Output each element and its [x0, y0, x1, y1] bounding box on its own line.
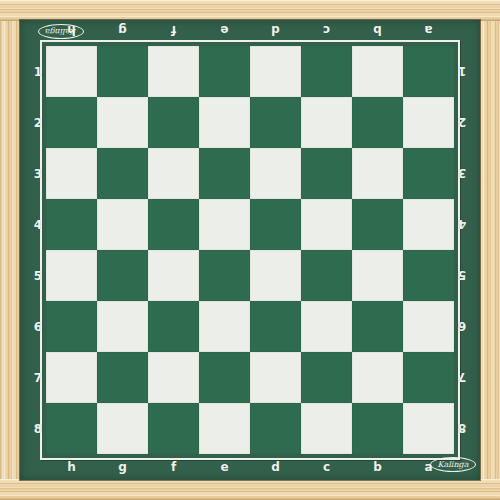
rank-label-left-5: 5: [34, 250, 42, 301]
square-c1[interactable]: [301, 46, 352, 97]
square-a1[interactable]: [403, 46, 454, 97]
rank-label-left-1: 1: [34, 46, 42, 97]
file-label-top-f: f: [148, 24, 199, 36]
square-e3[interactable]: [199, 148, 250, 199]
rank-label-right-8: 8: [458, 403, 466, 454]
square-d7[interactable]: [250, 352, 301, 403]
square-b4[interactable]: [352, 199, 403, 250]
rank-labels-left: 12345678: [28, 46, 48, 454]
square-d1[interactable]: [250, 46, 301, 97]
file-label-top-b: b: [352, 24, 403, 36]
file-label-top-c: c: [301, 24, 352, 36]
square-d2[interactable]: [250, 97, 301, 148]
chess-grid: [46, 46, 454, 454]
square-e5[interactable]: [199, 250, 250, 301]
square-a8[interactable]: [403, 403, 454, 454]
square-f2[interactable]: [148, 97, 199, 148]
rank-label-right-1: 1: [458, 46, 466, 97]
square-a5[interactable]: [403, 250, 454, 301]
wooden-frame-left: [0, 21, 21, 479]
brand-logo-text: Kalinga: [46, 28, 77, 36]
file-label-top-e: e: [199, 24, 250, 36]
rank-label-right-3: 3: [458, 148, 466, 199]
file-label-bottom-g: g: [97, 461, 148, 473]
brand-logo-text: Kalinga: [438, 461, 469, 469]
square-e6[interactable]: [199, 301, 250, 352]
square-d6[interactable]: [250, 301, 301, 352]
file-label-top-g: g: [97, 24, 148, 36]
file-label-bottom-e: e: [199, 461, 250, 473]
wooden-frame-right: [479, 21, 500, 479]
square-b6[interactable]: [352, 301, 403, 352]
rank-label-right-4: 4: [458, 199, 466, 250]
file-label-top-d: d: [250, 24, 301, 36]
square-g1[interactable]: [97, 46, 148, 97]
square-d4[interactable]: [250, 199, 301, 250]
square-a2[interactable]: [403, 97, 454, 148]
square-d3[interactable]: [250, 148, 301, 199]
file-label-bottom-c: c: [301, 461, 352, 473]
file-label-bottom-f: f: [148, 461, 199, 473]
rank-label-left-7: 7: [34, 352, 42, 403]
square-b1[interactable]: [352, 46, 403, 97]
file-label-bottom-h: h: [46, 461, 97, 473]
square-f4[interactable]: [148, 199, 199, 250]
square-f6[interactable]: [148, 301, 199, 352]
file-labels-bottom: hgfedcba: [46, 457, 454, 477]
square-c3[interactable]: [301, 148, 352, 199]
square-h8[interactable]: [46, 403, 97, 454]
square-h7[interactable]: [46, 352, 97, 403]
square-b3[interactable]: [352, 148, 403, 199]
wooden-frame-top: [0, 0, 500, 21]
square-b2[interactable]: [352, 97, 403, 148]
file-label-bottom-d: d: [250, 461, 301, 473]
rank-label-left-2: 2: [34, 97, 42, 148]
square-e7[interactable]: [199, 352, 250, 403]
rank-label-right-7: 7: [458, 352, 466, 403]
square-e4[interactable]: [199, 199, 250, 250]
rank-label-right-5: 5: [458, 250, 466, 301]
square-c2[interactable]: [301, 97, 352, 148]
square-c5[interactable]: [301, 250, 352, 301]
square-f7[interactable]: [148, 352, 199, 403]
square-b7[interactable]: [352, 352, 403, 403]
square-f3[interactable]: [148, 148, 199, 199]
rank-label-left-3: 3: [34, 148, 42, 199]
square-h6[interactable]: [46, 301, 97, 352]
chessboard-photo: hgfedcba hgfedcba 12345678 12345678 Kali…: [0, 0, 500, 500]
square-a3[interactable]: [403, 148, 454, 199]
rank-label-right-6: 6: [458, 301, 466, 352]
square-h4[interactable]: [46, 199, 97, 250]
file-labels-top: hgfedcba: [46, 20, 454, 40]
square-h5[interactable]: [46, 250, 97, 301]
square-f5[interactable]: [148, 250, 199, 301]
square-h3[interactable]: [46, 148, 97, 199]
square-g6[interactable]: [97, 301, 148, 352]
rank-label-left-6: 6: [34, 301, 42, 352]
square-g7[interactable]: [97, 352, 148, 403]
square-g3[interactable]: [97, 148, 148, 199]
square-h2[interactable]: [46, 97, 97, 148]
brand-logo-top-left: Kalinga: [38, 24, 84, 39]
square-a6[interactable]: [403, 301, 454, 352]
file-label-top-a: a: [403, 24, 454, 36]
brand-logo-bottom-right: Kalinga: [430, 457, 476, 472]
square-h1[interactable]: [46, 46, 97, 97]
square-f1[interactable]: [148, 46, 199, 97]
wooden-frame-bottom: [0, 479, 500, 500]
rank-label-right-2: 2: [458, 97, 466, 148]
square-a4[interactable]: [403, 199, 454, 250]
rank-label-left-4: 4: [34, 199, 42, 250]
square-c4[interactable]: [301, 199, 352, 250]
file-label-bottom-b: b: [352, 461, 403, 473]
square-g5[interactable]: [97, 250, 148, 301]
square-b5[interactable]: [352, 250, 403, 301]
square-c8[interactable]: [301, 403, 352, 454]
square-b8[interactable]: [352, 403, 403, 454]
square-e2[interactable]: [199, 97, 250, 148]
square-g4[interactable]: [97, 199, 148, 250]
square-f8[interactable]: [148, 403, 199, 454]
square-d8[interactable]: [250, 403, 301, 454]
rank-labels-right: 12345678: [452, 46, 472, 454]
square-g8[interactable]: [97, 403, 148, 454]
square-c7[interactable]: [301, 352, 352, 403]
square-d5[interactable]: [250, 250, 301, 301]
square-c6[interactable]: [301, 301, 352, 352]
square-a7[interactable]: [403, 352, 454, 403]
square-e8[interactable]: [199, 403, 250, 454]
board-surface: hgfedcba hgfedcba 12345678 12345678 Kali…: [20, 20, 480, 480]
rank-label-left-8: 8: [34, 403, 42, 454]
square-g2[interactable]: [97, 97, 148, 148]
square-e1[interactable]: [199, 46, 250, 97]
